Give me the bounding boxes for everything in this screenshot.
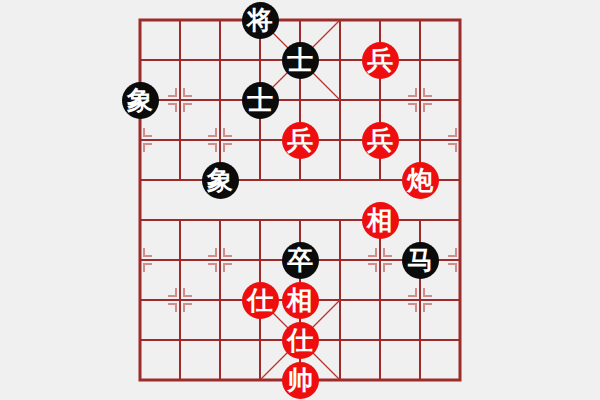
piece-black-elephant[interactable]: 象 [122,82,159,119]
piece-black-horse[interactable]: 马 [402,242,439,279]
piece-red-elephant[interactable]: 相 [282,282,319,319]
piece-red-soldier[interactable]: 兵 [362,122,399,159]
piece-black-elephant[interactable]: 象 [202,162,239,199]
piece-red-soldier[interactable]: 兵 [282,122,319,159]
piece-black-advisor[interactable]: 士 [242,82,279,119]
piece-red-cannon[interactable]: 炮 [402,162,439,199]
piece-red-general[interactable]: 帅 [282,362,319,399]
piece-red-advisor[interactable]: 仕 [282,322,319,359]
piece-red-soldier[interactable]: 兵 [362,42,399,79]
piece-red-elephant[interactable]: 相 [362,202,399,239]
piece-black-advisor[interactable]: 士 [282,42,319,79]
pieces-layer: 将士象士象卒马兵兵兵炮相仕相仕帅 [120,0,480,400]
piece-black-soldier[interactable]: 卒 [282,242,319,279]
piece-black-general[interactable]: 将 [242,2,279,39]
piece-red-advisor[interactable]: 仕 [242,282,279,319]
xiangqi-board[interactable]: 将士象士象卒马兵兵兵炮相仕相仕帅 [0,0,600,400]
